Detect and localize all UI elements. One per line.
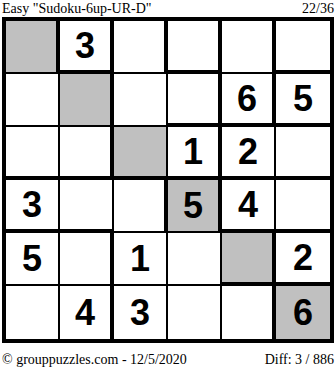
- cell-r1c3[interactable]: [114, 21, 168, 74]
- cell-r4c6[interactable]: [276, 180, 330, 233]
- cell-r1c4[interactable]: [168, 21, 222, 74]
- cell-r5c3[interactable]: 1: [114, 233, 168, 286]
- cell-r5c6[interactable]: 2: [276, 233, 330, 286]
- cell-r1c5[interactable]: [222, 21, 276, 74]
- cell-r6c4[interactable]: [168, 286, 222, 339]
- cell-r5c1[interactable]: 5: [6, 233, 60, 286]
- cell-r2c3[interactable]: [114, 74, 168, 127]
- cell-r4c3[interactable]: [114, 180, 168, 233]
- cell-r6c5[interactable]: [222, 286, 276, 339]
- cell-r4c5[interactable]: 4: [222, 180, 276, 233]
- cell-r3c4[interactable]: 1: [168, 127, 222, 180]
- sudoku-grid: 36512354512436: [2, 17, 334, 343]
- cell-r4c4[interactable]: 5: [168, 180, 222, 233]
- cell-r2c4[interactable]: [168, 74, 222, 127]
- cell-r3c3[interactable]: [114, 127, 168, 180]
- cell-r1c1[interactable]: [6, 21, 60, 74]
- cell-r1c6[interactable]: [276, 21, 330, 74]
- cell-r2c5[interactable]: 6: [222, 74, 276, 127]
- cell-r3c5[interactable]: 2: [222, 127, 276, 180]
- copyright-date: © grouppuzzles.com - 12/5/2020: [2, 352, 187, 368]
- puzzle-title: Easy "Sudoku-6up-UR-D": [2, 1, 151, 17]
- difficulty-label: Diff: 3 / 886: [265, 352, 334, 368]
- cell-r1c2[interactable]: 3: [60, 21, 114, 74]
- cell-r6c3[interactable]: 3: [114, 286, 168, 339]
- cell-r3c1[interactable]: [6, 127, 60, 180]
- puzzle-counter: 22/36: [302, 1, 334, 17]
- cell-r3c6[interactable]: [276, 127, 330, 180]
- cell-r5c5[interactable]: [222, 233, 276, 286]
- cell-r2c1[interactable]: [6, 74, 60, 127]
- cell-r2c2[interactable]: [60, 74, 114, 127]
- cell-r2c6[interactable]: 5: [276, 74, 330, 127]
- cell-r4c2[interactable]: [60, 180, 114, 233]
- cell-r6c2[interactable]: 4: [60, 286, 114, 339]
- cell-r4c1[interactable]: 3: [6, 180, 60, 233]
- cell-r6c6[interactable]: 6: [276, 286, 330, 339]
- cell-r6c1[interactable]: [6, 286, 60, 339]
- cell-r3c2[interactable]: [60, 127, 114, 180]
- cell-r5c2[interactable]: [60, 233, 114, 286]
- cell-r5c4[interactable]: [168, 233, 222, 286]
